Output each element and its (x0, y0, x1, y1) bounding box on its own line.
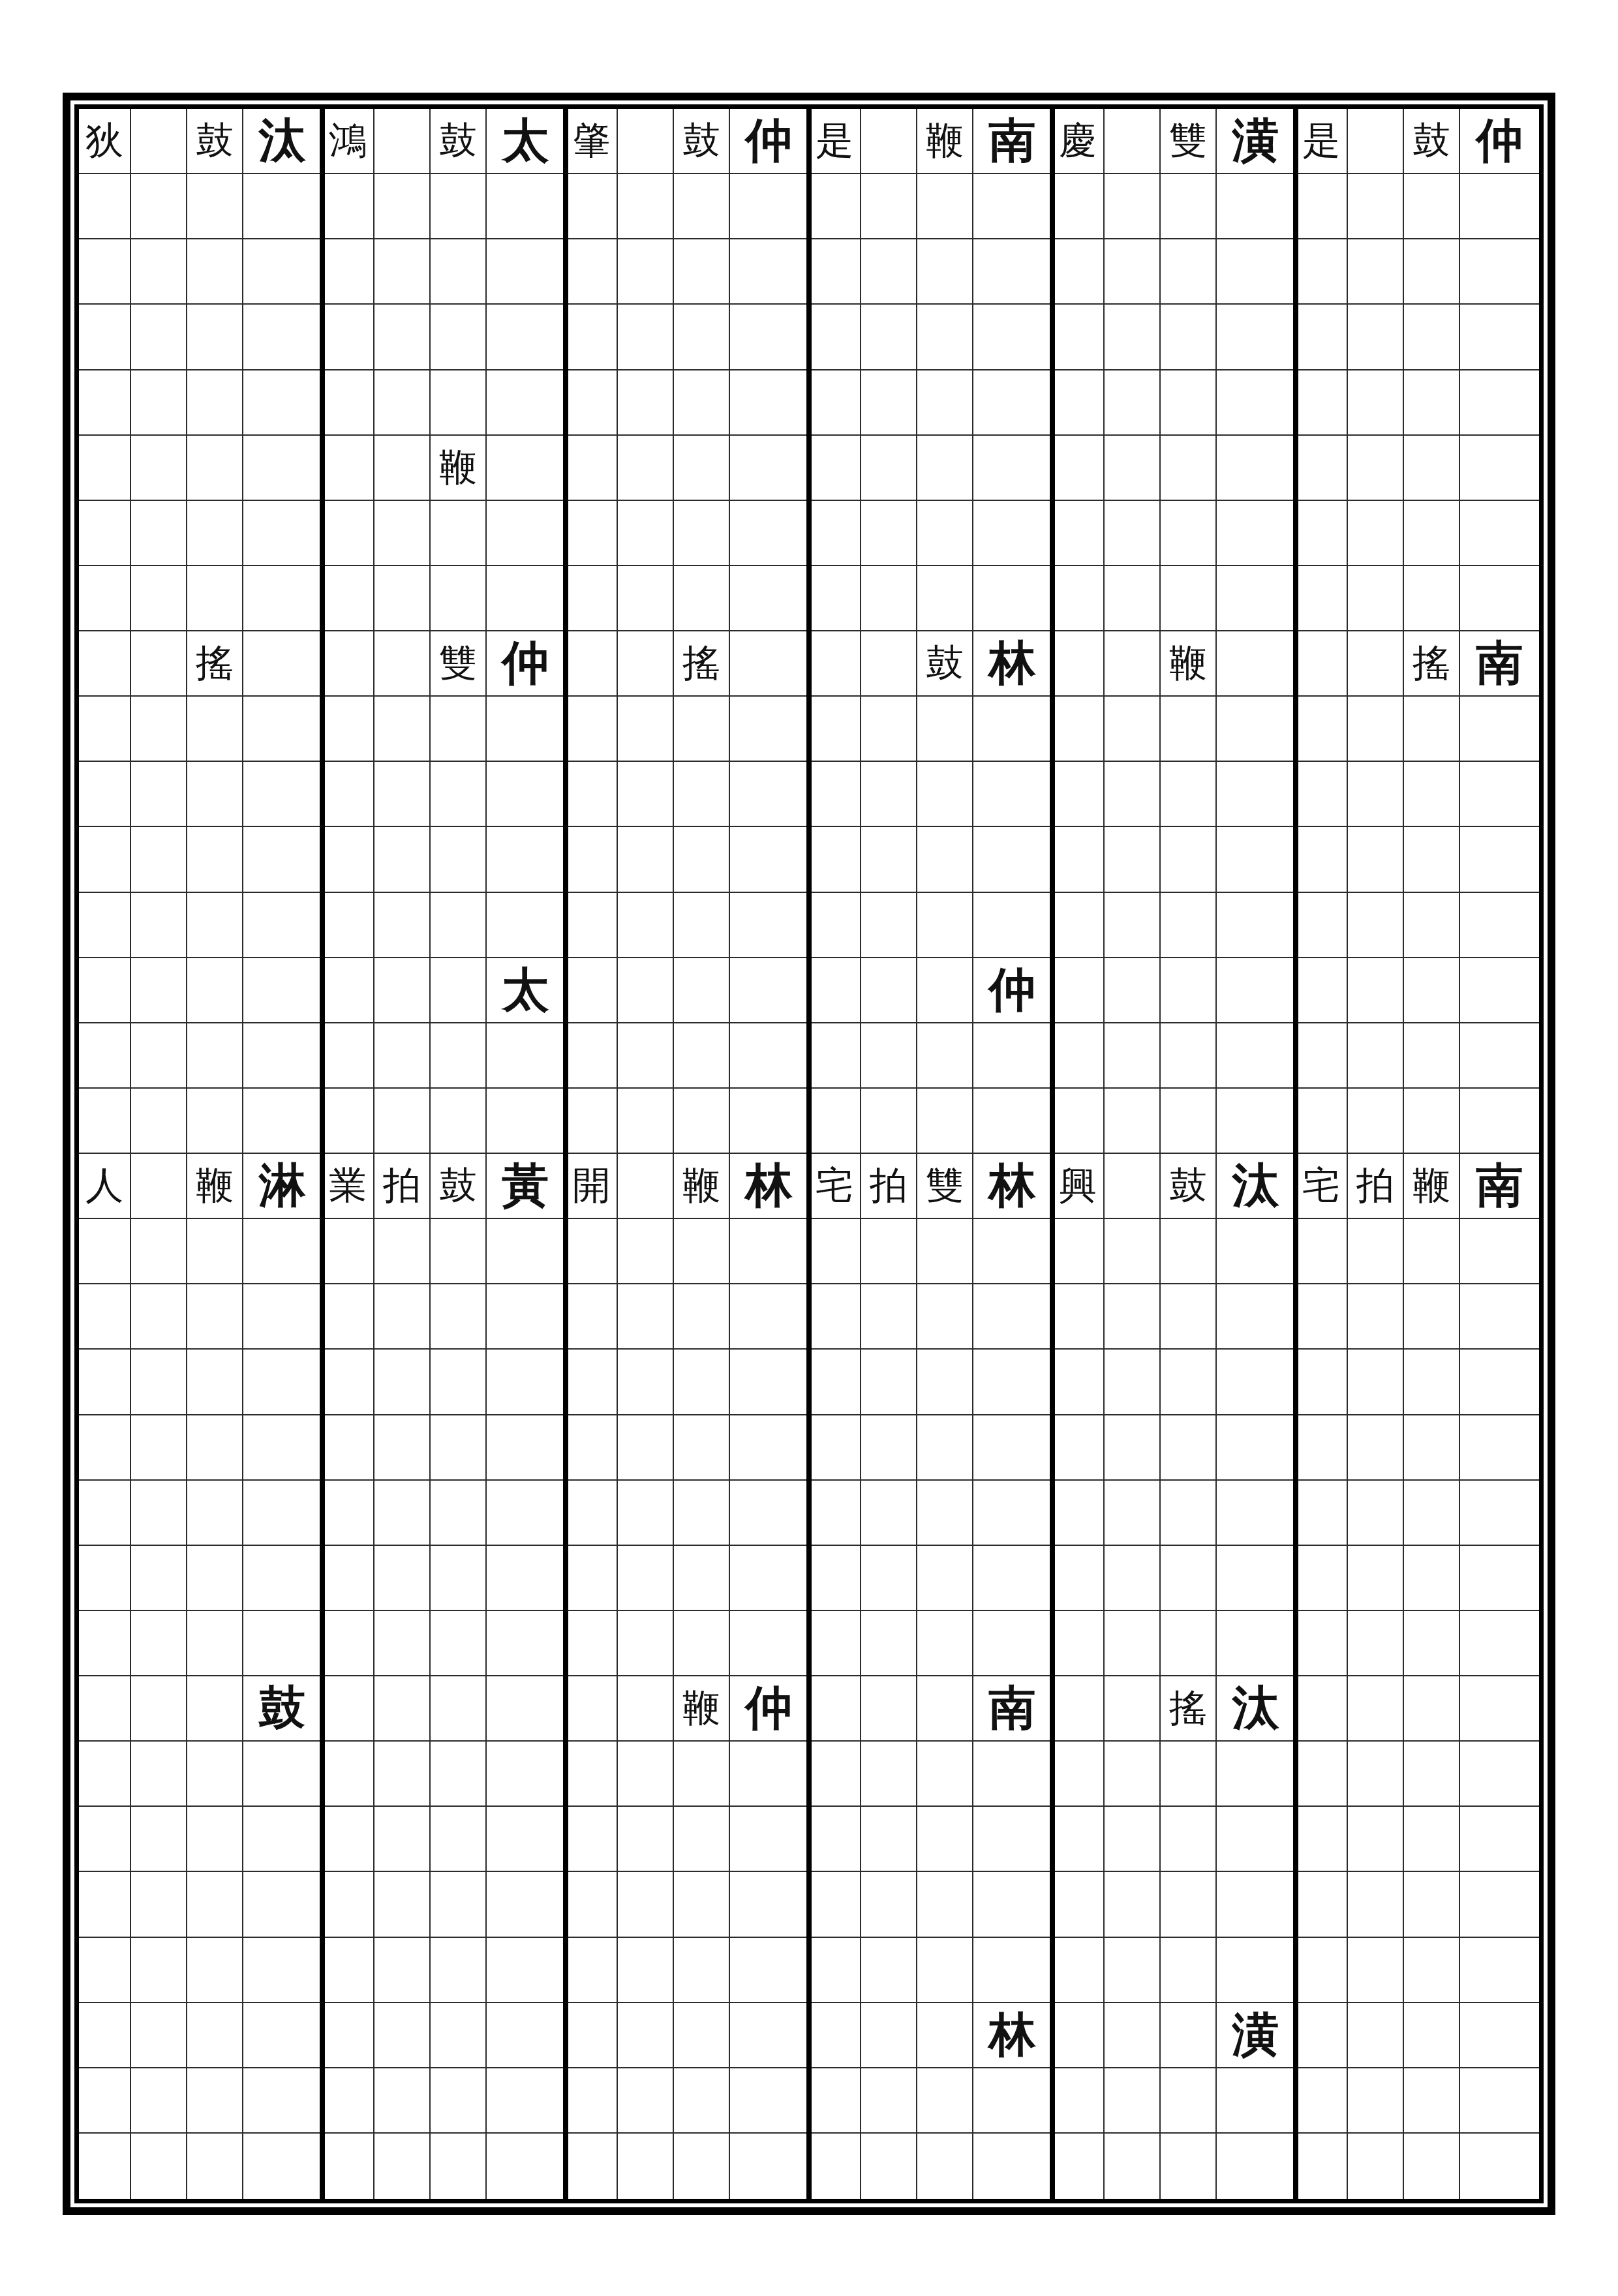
grid-cell-r24-c11: 仲 (730, 1676, 809, 1742)
grid-cell-r5-c21 (1348, 436, 1404, 501)
grid-cell-r22-c22 (1404, 1546, 1460, 1611)
grid-cell-r24-c14 (917, 1676, 973, 1742)
grid-cell-r9-c22 (1404, 697, 1460, 762)
grid-cell-r8-c8 (566, 631, 618, 697)
grid-cell-r21-c15 (973, 1481, 1052, 1546)
grid-cell-r11-c4 (322, 827, 374, 892)
grid-cell-r3-c12 (809, 305, 861, 370)
grid-cell-r9-c4 (322, 697, 374, 762)
grid-cell-r6-c8 (566, 501, 618, 566)
grid-cell-r27-c23 (1460, 1872, 1539, 1937)
grid-cell-r18-c0 (79, 1284, 131, 1350)
grid-cell-r4-c0 (79, 370, 131, 436)
grid-cell-r4-c13 (861, 370, 917, 436)
grid-cell-r1-c17 (1105, 174, 1161, 239)
grid-cell-r31-c23 (1460, 2134, 1539, 2199)
grid-cell-r5-c4 (322, 436, 374, 501)
grid-cell-r17-c5 (374, 1219, 431, 1284)
grid-cell-r20-c22 (1404, 1415, 1460, 1481)
grid-cell-r22-c23 (1460, 1546, 1539, 1611)
grid-cell-r30-c15 (973, 2068, 1052, 2134)
grid-cell-r2-c0 (79, 239, 131, 305)
grid-cell-r21-c4 (322, 1481, 374, 1546)
grid-cell-r27-c19 (1217, 1872, 1296, 1937)
grid-cell-r13-c15: 仲 (973, 958, 1052, 1023)
grid-cell-r29-c3 (243, 2003, 322, 2068)
grid-cell-r15-c10 (674, 1089, 730, 1154)
grid-cell-r30-c6 (431, 2068, 487, 2134)
grid-cell-r7-c7 (487, 566, 566, 631)
grid-cell-r27-c2 (187, 1872, 243, 1937)
grid-cell-r23-c14 (917, 1611, 973, 1676)
grid-cell-r5-c16 (1052, 436, 1105, 501)
grid-cell-r1-c7 (487, 174, 566, 239)
grid-cell-r21-c14 (917, 1481, 973, 1546)
grid-cell-r27-c17 (1105, 1872, 1161, 1937)
grid-cell-r28-c23 (1460, 1938, 1539, 2003)
grid-cell-r29-c15: 林 (973, 2003, 1052, 2068)
grid-cell-r13-c16 (1052, 958, 1105, 1023)
grid-cell-r19-c7 (487, 1350, 566, 1415)
grid-cell-r11-c1 (131, 827, 187, 892)
grid-cell-r31-c18 (1161, 2134, 1217, 2199)
grid-cell-r23-c18 (1161, 1611, 1217, 1676)
grid-cell-r28-c12 (809, 1938, 861, 2003)
grid-cell-r2-c7 (487, 239, 566, 305)
grid-cell-r28-c18 (1161, 1938, 1217, 2003)
grid-cell-r15-c9 (618, 1089, 674, 1154)
grid-cell-r21-c20 (1296, 1481, 1348, 1546)
grid-cell-r18-c7 (487, 1284, 566, 1350)
grid-cell-r29-c10 (674, 2003, 730, 2068)
grid-cell-r8-c14: 鼓 (917, 631, 973, 697)
grid-cell-r27-c20 (1296, 1872, 1348, 1937)
grid-cell-r29-c11 (730, 2003, 809, 2068)
grid-cell-r27-c18 (1161, 1872, 1217, 1937)
grid-cell-r25-c20 (1296, 1742, 1348, 1807)
grid-cell-r12-c1 (131, 893, 187, 958)
grid-cell-r28-c20 (1296, 1938, 1348, 2003)
grid-cell-r5-c13 (861, 436, 917, 501)
grid-cell-r15-c4 (322, 1089, 374, 1154)
grid-cell-r0-c7: 太 (487, 109, 566, 174)
grid-cell-r15-c16 (1052, 1089, 1105, 1154)
grid-cell-r9-c12 (809, 697, 861, 762)
grid-cell-r7-c19 (1217, 566, 1296, 631)
grid-cell-r30-c22 (1404, 2068, 1460, 2134)
grid-cell-r8-c13 (861, 631, 917, 697)
grid-cell-r0-c12: 是 (809, 109, 861, 174)
grid-cell-r25-c13 (861, 1742, 917, 1807)
grid-cell-r6-c10 (674, 501, 730, 566)
grid-cell-r31-c7 (487, 2134, 566, 2199)
grid-cell-r28-c1 (131, 1938, 187, 2003)
grid-cell-r22-c3 (243, 1546, 322, 1611)
grid-cell-r29-c16 (1052, 2003, 1105, 2068)
grid-cell-r8-c9 (618, 631, 674, 697)
grid-cell-r0-c2: 鼓 (187, 109, 243, 174)
grid-cell-r22-c20 (1296, 1546, 1348, 1611)
grid-cell-r17-c10 (674, 1219, 730, 1284)
grid-cell-r16-c23: 南 (1460, 1154, 1539, 1219)
grid-cell-r25-c22 (1404, 1742, 1460, 1807)
grid-cell-r25-c10 (674, 1742, 730, 1807)
grid-cell-r14-c3 (243, 1023, 322, 1089)
grid-cell-r18-c8 (566, 1284, 618, 1350)
grid-cell-r24-c3: 鼓 (243, 1676, 322, 1742)
grid-cell-r24-c17 (1105, 1676, 1161, 1742)
grid-cell-r31-c3 (243, 2134, 322, 2199)
grid-cell-r7-c3 (243, 566, 322, 631)
grid-cell-r26-c8 (566, 1807, 618, 1872)
grid-cell-r26-c10 (674, 1807, 730, 1872)
grid-cell-r22-c16 (1052, 1546, 1105, 1611)
grid-cell-r26-c5 (374, 1807, 431, 1872)
grid-cell-r25-c12 (809, 1742, 861, 1807)
grid-cell-r17-c20 (1296, 1219, 1348, 1284)
grid-cell-r10-c17 (1105, 762, 1161, 827)
grid-cell-r12-c20 (1296, 893, 1348, 958)
grid-cell-r28-c0 (79, 1938, 131, 2003)
grid-cell-r29-c19: 潢 (1217, 2003, 1296, 2068)
grid-cell-r31-c21 (1348, 2134, 1404, 2199)
grid-cell-r20-c1 (131, 1415, 187, 1481)
grid-cell-r29-c6 (431, 2003, 487, 2068)
grid-cell-r6-c5 (374, 501, 431, 566)
grid-cell-r29-c9 (618, 2003, 674, 2068)
grid-cell-r16-c20: 宅 (1296, 1154, 1348, 1219)
grid-cell-r4-c22 (1404, 370, 1460, 436)
grid-cell-r26-c0 (79, 1807, 131, 1872)
grid-cell-r18-c11 (730, 1284, 809, 1350)
grid-cell-r1-c20 (1296, 174, 1348, 239)
grid-cell-r28-c5 (374, 1938, 431, 2003)
grid-cell-r17-c14 (917, 1219, 973, 1284)
grid-cell-r27-c5 (374, 1872, 431, 1937)
grid-cell-r23-c7 (487, 1611, 566, 1676)
grid-cell-r28-c10 (674, 1938, 730, 2003)
grid-cell-r2-c8 (566, 239, 618, 305)
grid-cell-r4-c6 (431, 370, 487, 436)
grid-cell-r2-c17 (1105, 239, 1161, 305)
grid-cell-r14-c16 (1052, 1023, 1105, 1089)
grid-cell-r10-c21 (1348, 762, 1404, 827)
grid-cell-r21-c10 (674, 1481, 730, 1546)
grid-cell-r26-c14 (917, 1807, 973, 1872)
grid-cell-r31-c17 (1105, 2134, 1161, 2199)
grid-cell-r3-c10 (674, 305, 730, 370)
grid-cell-r8-c21 (1348, 631, 1404, 697)
grid-cell-r25-c4 (322, 1742, 374, 1807)
grid-cell-r9-c15 (973, 697, 1052, 762)
grid-cell-r13-c14 (917, 958, 973, 1023)
grid-cell-r25-c15 (973, 1742, 1052, 1807)
grid-cell-r14-c9 (618, 1023, 674, 1089)
grid-cell-r3-c23 (1460, 305, 1539, 370)
grid-cell-r27-c22 (1404, 1872, 1460, 1937)
grid-cell-r27-c14 (917, 1872, 973, 1937)
grid-cell-r1-c18 (1161, 174, 1217, 239)
grid-cell-r9-c23 (1460, 697, 1539, 762)
grid-cell-r22-c2 (187, 1546, 243, 1611)
grid-cell-r1-c12 (809, 174, 861, 239)
grid-cell-r4-c18 (1161, 370, 1217, 436)
grid-cell-r9-c3 (243, 697, 322, 762)
grid-cell-r19-c0 (79, 1350, 131, 1415)
grid-cell-r15-c1 (131, 1089, 187, 1154)
grid-cell-r19-c5 (374, 1350, 431, 1415)
grid-cell-r15-c3 (243, 1089, 322, 1154)
grid-cell-r18-c10 (674, 1284, 730, 1350)
grid-cell-r10-c13 (861, 762, 917, 827)
grid-cell-r9-c2 (187, 697, 243, 762)
grid-cell-r20-c2 (187, 1415, 243, 1481)
grid-cell-r24-c16 (1052, 1676, 1105, 1742)
grid-cell-r28-c9 (618, 1938, 674, 2003)
grid-cell-r3-c9 (618, 305, 674, 370)
grid-cell-r29-c4 (322, 2003, 374, 2068)
grid-cell-r12-c15 (973, 893, 1052, 958)
grid-cell-r17-c15 (973, 1219, 1052, 1284)
grid-cell-r10-c15 (973, 762, 1052, 827)
grid-cell-r19-c18 (1161, 1350, 1217, 1415)
grid-cell-r30-c9 (618, 2068, 674, 2134)
grid-cell-r6-c0 (79, 501, 131, 566)
grid-cell-r13-c5 (374, 958, 431, 1023)
grid-cell-r22-c17 (1105, 1546, 1161, 1611)
grid-cell-r23-c5 (374, 1611, 431, 1676)
grid-cell-r15-c19 (1217, 1089, 1296, 1154)
grid-cell-r30-c1 (131, 2068, 187, 2134)
grid-cell-r13-c9 (618, 958, 674, 1023)
grid-cell-r7-c4 (322, 566, 374, 631)
grid-cell-r3-c1 (131, 305, 187, 370)
grid-cell-r31-c12 (809, 2134, 861, 2199)
grid-cell-r22-c9 (618, 1546, 674, 1611)
grid-cell-r16-c13: 拍 (861, 1154, 917, 1219)
grid-cell-r11-c16 (1052, 827, 1105, 892)
grid-cell-r29-c20 (1296, 2003, 1348, 2068)
grid-cell-r11-c15 (973, 827, 1052, 892)
grid-cell-r31-c19 (1217, 2134, 1296, 2199)
grid-cell-r20-c7 (487, 1415, 566, 1481)
grid-cell-r12-c9 (618, 893, 674, 958)
grid-cell-r7-c15 (973, 566, 1052, 631)
grid-cell-r3-c7 (487, 305, 566, 370)
grid-cell-r21-c2 (187, 1481, 243, 1546)
grid-cell-r20-c16 (1052, 1415, 1105, 1481)
grid-cell-r0-c0: 狄 (79, 109, 131, 174)
grid-cell-r23-c13 (861, 1611, 917, 1676)
grid-cell-r5-c15 (973, 436, 1052, 501)
grid-cell-r20-c14 (917, 1415, 973, 1481)
grid-cell-r12-c23 (1460, 893, 1539, 958)
grid-cell-r18-c14 (917, 1284, 973, 1350)
grid-cell-r28-c19 (1217, 1938, 1296, 2003)
grid-cell-r12-c18 (1161, 893, 1217, 958)
grid-cell-r4-c19 (1217, 370, 1296, 436)
grid-cell-r8-c11 (730, 631, 809, 697)
grid-cell-r23-c22 (1404, 1611, 1460, 1676)
grid-cell-r11-c20 (1296, 827, 1348, 892)
grid-cell-r13-c2 (187, 958, 243, 1023)
grid-cell-r20-c15 (973, 1415, 1052, 1481)
grid-cell-r27-c11 (730, 1872, 809, 1937)
grid-cell-r24-c19: 汰 (1217, 1676, 1296, 1742)
grid-cell-r3-c18 (1161, 305, 1217, 370)
grid-cell-r2-c3 (243, 239, 322, 305)
grid-cell-r30-c8 (566, 2068, 618, 2134)
grid-cell-r26-c9 (618, 1807, 674, 1872)
grid-cell-r30-c3 (243, 2068, 322, 2134)
grid-cell-r7-c10 (674, 566, 730, 631)
grid-cell-r19-c2 (187, 1350, 243, 1415)
grid-cell-r29-c0 (79, 2003, 131, 2068)
grid-cell-r10-c16 (1052, 762, 1105, 827)
grid-cell-r18-c15 (973, 1284, 1052, 1350)
grid-cell-r21-c23 (1460, 1481, 1539, 1546)
grid-cell-r15-c20 (1296, 1089, 1348, 1154)
grid-cell-r23-c12 (809, 1611, 861, 1676)
grid-cell-r0-c3: 汰 (243, 109, 322, 174)
grid-cell-r18-c21 (1348, 1284, 1404, 1350)
grid-cell-r19-c4 (322, 1350, 374, 1415)
notation-grid: 狄鼓汰鴻鼓太肇鼓仲是鞭南慶雙潢是鼓仲鞭搖雙仲搖鼓林鞭搖南太仲人鞭淋業拍鼓黃開鞭林… (79, 109, 1539, 2199)
grid-cell-r20-c12 (809, 1415, 861, 1481)
grid-cell-r0-c4: 鴻 (322, 109, 374, 174)
grid-cell-r2-c5 (374, 239, 431, 305)
grid-cell-r9-c21 (1348, 697, 1404, 762)
grid-cell-r7-c2 (187, 566, 243, 631)
grid-cell-r13-c12 (809, 958, 861, 1023)
grid-cell-r28-c13 (861, 1938, 917, 2003)
grid-cell-r30-c5 (374, 2068, 431, 2134)
grid-cell-r31-c0 (79, 2134, 131, 2199)
grid-cell-r19-c13 (861, 1350, 917, 1415)
grid-cell-r9-c1 (131, 697, 187, 762)
grid-cell-r2-c6 (431, 239, 487, 305)
grid-cell-r10-c12 (809, 762, 861, 827)
grid-cell-r11-c17 (1105, 827, 1161, 892)
grid-cell-r16-c18: 鼓 (1161, 1154, 1217, 1219)
grid-cell-r17-c11 (730, 1219, 809, 1284)
grid-cell-r18-c20 (1296, 1284, 1348, 1350)
grid-cell-r8-c5 (374, 631, 431, 697)
grid-cell-r9-c6 (431, 697, 487, 762)
grid-cell-r2-c4 (322, 239, 374, 305)
grid-cell-r10-c1 (131, 762, 187, 827)
grid-cell-r10-c2 (187, 762, 243, 827)
grid-cell-r5-c18 (1161, 436, 1217, 501)
grid-cell-r8-c17 (1105, 631, 1161, 697)
grid-cell-r25-c2 (187, 1742, 243, 1807)
grid-cell-r3-c13 (861, 305, 917, 370)
grid-cell-r22-c0 (79, 1546, 131, 1611)
grid-cell-r3-c2 (187, 305, 243, 370)
grid-cell-r30-c17 (1105, 2068, 1161, 2134)
grid-cell-r6-c14 (917, 501, 973, 566)
grid-cell-r24-c20 (1296, 1676, 1348, 1742)
grid-cell-r12-c2 (187, 893, 243, 958)
grid-cell-r16-c2: 鞭 (187, 1154, 243, 1219)
grid-cell-r17-c0 (79, 1219, 131, 1284)
grid-cell-r26-c17 (1105, 1807, 1161, 1872)
grid-cell-r11-c6 (431, 827, 487, 892)
grid-cell-r15-c23 (1460, 1089, 1539, 1154)
grid-cell-r14-c23 (1460, 1023, 1539, 1089)
grid-cell-r1-c23 (1460, 174, 1539, 239)
grid-cell-r7-c6 (431, 566, 487, 631)
grid-cell-r16-c12: 宅 (809, 1154, 861, 1219)
grid-cell-r20-c8 (566, 1415, 618, 1481)
grid-cell-r19-c22 (1404, 1350, 1460, 1415)
grid-cell-r23-c0 (79, 1611, 131, 1676)
grid-cell-r31-c11 (730, 2134, 809, 2199)
grid-cell-r6-c17 (1105, 501, 1161, 566)
grid-cell-r12-c6 (431, 893, 487, 958)
grid-cell-r30-c12 (809, 2068, 861, 2134)
grid-cell-r13-c8 (566, 958, 618, 1023)
grid-cell-r16-c0: 人 (79, 1154, 131, 1219)
grid-cell-r3-c11 (730, 305, 809, 370)
grid-cell-r20-c10 (674, 1415, 730, 1481)
grid-cell-r8-c16 (1052, 631, 1105, 697)
grid-cell-r10-c22 (1404, 762, 1460, 827)
grid-cell-r30-c21 (1348, 2068, 1404, 2134)
grid-cell-r15-c13 (861, 1089, 917, 1154)
grid-cell-r5-c19 (1217, 436, 1296, 501)
grid-cell-r11-c21 (1348, 827, 1404, 892)
grid-cell-r14-c8 (566, 1023, 618, 1089)
grid-cell-r14-c18 (1161, 1023, 1217, 1089)
grid-cell-r4-c17 (1105, 370, 1161, 436)
grid-cell-r14-c17 (1105, 1023, 1161, 1089)
grid-cell-r21-c6 (431, 1481, 487, 1546)
grid-cell-r9-c9 (618, 697, 674, 762)
grid-cell-r9-c16 (1052, 697, 1105, 762)
grid-cell-r0-c10: 鼓 (674, 109, 730, 174)
grid-cell-r22-c6 (431, 1546, 487, 1611)
grid-cell-r3-c21 (1348, 305, 1404, 370)
grid-cell-r21-c16 (1052, 1481, 1105, 1546)
grid-cell-r30-c23 (1460, 2068, 1539, 2134)
grid-cell-r0-c19: 潢 (1217, 109, 1296, 174)
grid-cell-r30-c2 (187, 2068, 243, 2134)
grid-cell-r24-c5 (374, 1676, 431, 1742)
grid-cell-r6-c23 (1460, 501, 1539, 566)
grid-cell-r26-c12 (809, 1807, 861, 1872)
grid-cell-r19-c19 (1217, 1350, 1296, 1415)
grid-cell-r21-c11 (730, 1481, 809, 1546)
grid-cell-r8-c22: 搖 (1404, 631, 1460, 697)
grid-cell-r12-c16 (1052, 893, 1105, 958)
grid-cell-r14-c7 (487, 1023, 566, 1089)
grid-cell-r31-c13 (861, 2134, 917, 2199)
grid-cell-r12-c3 (243, 893, 322, 958)
grid-cell-r22-c7 (487, 1546, 566, 1611)
grid-cell-r13-c10 (674, 958, 730, 1023)
grid-cell-r27-c16 (1052, 1872, 1105, 1937)
grid-cell-r20-c21 (1348, 1415, 1404, 1481)
grid-cell-r13-c7: 太 (487, 958, 566, 1023)
grid-cell-r14-c11 (730, 1023, 809, 1089)
grid-cell-r26-c21 (1348, 1807, 1404, 1872)
grid-cell-r18-c5 (374, 1284, 431, 1350)
grid-cell-r13-c6 (431, 958, 487, 1023)
grid-cell-r1-c15 (973, 174, 1052, 239)
grid-cell-r15-c22 (1404, 1089, 1460, 1154)
grid-cell-r31-c4 (322, 2134, 374, 2199)
